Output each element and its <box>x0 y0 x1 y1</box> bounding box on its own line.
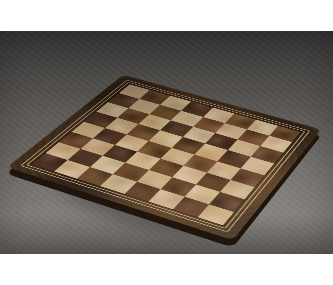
square-r7c6 <box>173 197 209 218</box>
square-r7c2 <box>77 167 113 186</box>
square-r6c7 <box>209 192 245 212</box>
slate-surface-photo <box>0 31 333 254</box>
square-r4c5 <box>183 154 217 172</box>
square-r4c4 <box>160 148 194 166</box>
square-r7c4 <box>124 182 160 202</box>
square-r4c6 <box>207 161 241 180</box>
square-r6c5 <box>160 177 196 197</box>
square-r7c5 <box>148 189 184 209</box>
square-r5c5 <box>172 165 207 184</box>
square-r7c0 <box>32 153 68 171</box>
square-r3c7 <box>241 157 274 175</box>
square-r4c7 <box>231 168 265 187</box>
square-r5c6 <box>196 172 231 191</box>
square-r7c1 <box>54 160 90 179</box>
square-r6c2 <box>90 156 125 175</box>
square-r5c4 <box>149 158 184 177</box>
square-r6c6 <box>185 184 221 204</box>
square-r5c2 <box>103 145 138 163</box>
square-r6c4 <box>137 170 172 189</box>
square-r6c0 <box>46 142 81 160</box>
square-r3c6 <box>217 150 250 168</box>
square-r6c3 <box>113 163 148 182</box>
square-r6c1 <box>68 149 103 167</box>
square-r7c3 <box>100 174 136 194</box>
square-r5c3 <box>126 152 161 170</box>
square-r5c7 <box>220 180 255 200</box>
square-r7c7 <box>198 204 234 225</box>
